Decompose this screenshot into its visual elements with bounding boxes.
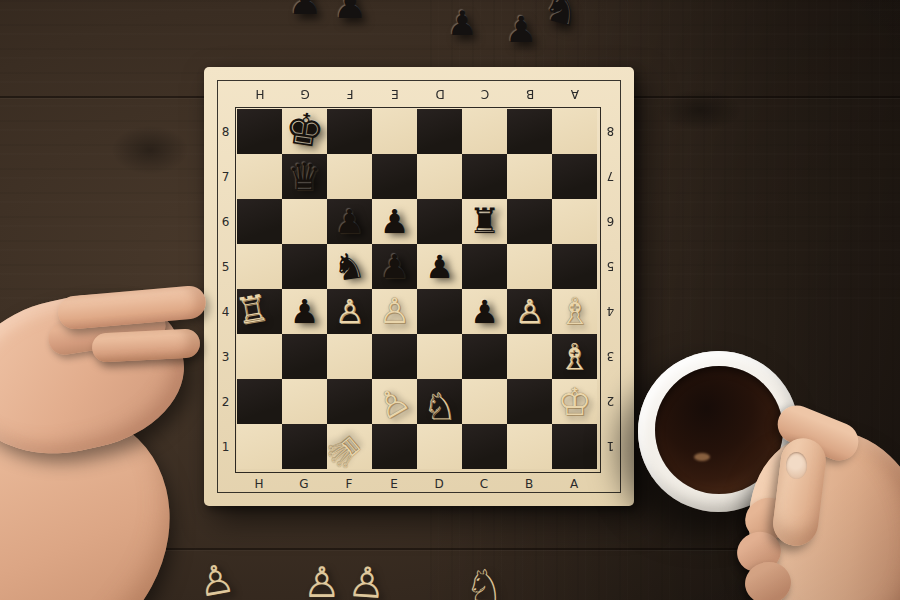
square-f8[interactable]	[327, 109, 372, 154]
square-e5[interactable]: ♟	[372, 244, 417, 289]
square-g8[interactable]: ♚	[282, 109, 327, 154]
piece-black-knight-f5[interactable]: ♞	[331, 246, 368, 286]
square-e6[interactable]: ♟	[372, 199, 417, 244]
square-f5[interactable]: ♞	[327, 244, 372, 289]
rank-label-6: 6	[600, 199, 620, 244]
file-label-C: C	[462, 81, 507, 107]
piece-white-king-a2[interactable]: ♔	[557, 383, 591, 421]
piece-black-rook-c6[interactable]: ♜	[469, 204, 500, 239]
piece-white-pawn-e2[interactable]: ♙	[370, 380, 415, 426]
square-e7[interactable]	[372, 154, 417, 199]
square-a1[interactable]	[552, 424, 597, 469]
square-g5[interactable]	[282, 244, 327, 289]
square-a7[interactable]	[552, 154, 597, 199]
wood-knot	[640, 80, 760, 140]
square-h8[interactable]	[237, 109, 282, 154]
captured-black-pawn[interactable]: ♟	[288, 0, 322, 20]
piece-white-pawn-f4[interactable]: ♙	[335, 295, 365, 328]
rank-labels-right: 87654321	[600, 109, 620, 469]
file-label-E: E	[372, 471, 417, 497]
captured-black-knight[interactable]: ♞	[538, 0, 585, 34]
square-c6[interactable]: ♜	[462, 199, 507, 244]
rank-labels-left: 87654321	[216, 109, 236, 469]
square-d6[interactable]	[417, 199, 462, 244]
square-h1[interactable]	[237, 424, 282, 469]
square-d2[interactable]: ♘	[417, 379, 462, 424]
file-labels-bottom: HGFEDCBA	[237, 471, 597, 497]
captured-black-pawn[interactable]: ♟	[447, 6, 477, 40]
piece-black-pawn-c4[interactable]: ♟	[470, 296, 499, 328]
captured-white-knight[interactable]: ♘	[463, 562, 506, 600]
square-e1[interactable]	[372, 424, 417, 469]
file-label-B: B	[507, 471, 552, 497]
piece-white-bishop-a4[interactable]: ♗	[558, 293, 591, 330]
square-h3[interactable]	[237, 334, 282, 379]
square-e8[interactable]	[372, 109, 417, 154]
square-g3[interactable]	[282, 334, 327, 379]
square-b3[interactable]	[507, 334, 552, 379]
left-hand-index-finger	[57, 285, 207, 331]
square-d8[interactable]	[417, 109, 462, 154]
file-label-H: H	[237, 471, 282, 497]
square-b8[interactable]	[507, 109, 552, 154]
square-a2[interactable]: ♔	[552, 379, 597, 424]
square-b6[interactable]	[507, 199, 552, 244]
piece-black-pawn-g4[interactable]: ♟	[290, 295, 320, 328]
left-hand-thumb	[91, 328, 200, 363]
square-h7[interactable]	[237, 154, 282, 199]
square-e2[interactable]: ♙	[372, 379, 417, 424]
captured-white-pawn[interactable]: ♙	[195, 557, 237, 600]
piece-white-rook-h4[interactable]: ♖	[233, 289, 271, 330]
rank-label-3: 3	[216, 334, 236, 379]
captured-black-pawn[interactable]: ♟	[505, 12, 537, 48]
rank-label-8: 8	[216, 109, 236, 154]
square-f4[interactable]: ♙	[327, 289, 372, 334]
file-label-A: A	[552, 471, 597, 497]
captured-black-pawn[interactable]: ♟	[333, 0, 367, 24]
square-f2[interactable]	[327, 379, 372, 424]
file-label-F: F	[327, 81, 372, 107]
file-label-D: D	[417, 471, 462, 497]
piece-black-pawn-e5[interactable]: ♟	[380, 250, 410, 283]
square-b1[interactable]	[507, 424, 552, 469]
square-h6[interactable]	[237, 199, 282, 244]
file-label-B: B	[507, 81, 552, 107]
piece-white-pawn-b4[interactable]: ♙	[515, 295, 545, 328]
piece-white-knight-d2[interactable]: ♘	[423, 388, 456, 425]
file-label-D: D	[417, 81, 462, 107]
square-c5[interactable]	[462, 244, 507, 289]
square-b5[interactable]	[507, 244, 552, 289]
right-hand-thumbnail	[786, 452, 807, 479]
file-label-C: C	[462, 471, 507, 497]
square-e4[interactable]: ♙	[372, 289, 417, 334]
square-b7[interactable]	[507, 154, 552, 199]
square-a6[interactable]	[552, 199, 597, 244]
square-g7[interactable]: ♛	[282, 154, 327, 199]
rank-label-6: 6	[216, 199, 236, 244]
square-a3[interactable]: ♗	[552, 334, 597, 379]
coffee-reflection	[694, 453, 710, 461]
wood-knot	[95, 115, 205, 185]
square-d4[interactable]	[417, 289, 462, 334]
piece-black-king-g8[interactable]: ♚	[282, 105, 327, 154]
square-h5[interactable]	[237, 244, 282, 289]
square-h2[interactable]	[237, 379, 282, 424]
rank-label-7: 7	[216, 154, 236, 199]
rank-label-3: 3	[600, 334, 620, 379]
table-scene: HGFEDCBA HGFEDCBA 87654321 87654321 ♚♛♟♟…	[0, 0, 900, 600]
square-g2[interactable]	[282, 379, 327, 424]
square-c4[interactable]: ♟	[462, 289, 507, 334]
rank-label-1: 1	[600, 424, 620, 469]
rank-label-2: 2	[600, 379, 620, 424]
file-label-A: A	[552, 81, 597, 107]
square-g4[interactable]: ♟	[282, 289, 327, 334]
square-h4[interactable]: ♖	[237, 289, 282, 334]
chess-board: HGFEDCBA HGFEDCBA 87654321 87654321 ♚♛♟♟…	[204, 67, 634, 506]
rank-label-1: 1	[216, 424, 236, 469]
piece-white-pawn-e4[interactable]: ♙	[379, 294, 410, 329]
file-label-H: H	[237, 81, 282, 107]
square-d3[interactable]	[417, 334, 462, 379]
square-a4[interactable]: ♗	[552, 289, 597, 334]
square-f3[interactable]	[327, 334, 372, 379]
square-f7[interactable]	[327, 154, 372, 199]
square-f6[interactable]: ♟	[327, 199, 372, 244]
square-d7[interactable]	[417, 154, 462, 199]
square-c3[interactable]	[462, 334, 507, 379]
square-e3[interactable]	[372, 334, 417, 379]
piece-black-pawn-d5[interactable]: ♟	[425, 251, 454, 283]
rank-label-5: 5	[216, 244, 236, 289]
square-b4[interactable]: ♙	[507, 289, 552, 334]
rank-label-2: 2	[216, 379, 236, 424]
file-label-E: E	[372, 81, 417, 107]
piece-black-queen-g7[interactable]: ♛	[287, 158, 321, 196]
square-c7[interactable]	[462, 154, 507, 199]
captured-white-pawn[interactable]: ♙	[303, 562, 341, 600]
square-c2[interactable]	[462, 379, 507, 424]
square-d1[interactable]	[417, 424, 462, 469]
square-a5[interactable]	[552, 244, 597, 289]
piece-black-pawn-f6[interactable]: ♟	[335, 205, 365, 238]
square-d5[interactable]: ♟	[417, 244, 462, 289]
rank-label-7: 7	[600, 154, 620, 199]
square-f1[interactable]: ♕	[327, 424, 372, 469]
captured-white-pawn[interactable]: ♙	[347, 561, 387, 600]
board-grid: ♚♛♟♟♜♞♟♟♖♟♙♙♟♙♗♗♙♘♔♕	[237, 109, 597, 469]
rank-label-4: 4	[600, 289, 620, 334]
square-g6[interactable]	[282, 199, 327, 244]
rank-label-5: 5	[600, 244, 620, 289]
square-c8[interactable]	[462, 109, 507, 154]
file-label-G: G	[282, 471, 327, 497]
square-b2[interactable]	[507, 379, 552, 424]
square-a8[interactable]	[552, 109, 597, 154]
rank-label-8: 8	[600, 109, 620, 154]
piece-black-pawn-e6[interactable]: ♟	[380, 205, 410, 238]
piece-white-bishop-a3[interactable]: ♗	[558, 339, 590, 375]
square-c1[interactable]	[462, 424, 507, 469]
